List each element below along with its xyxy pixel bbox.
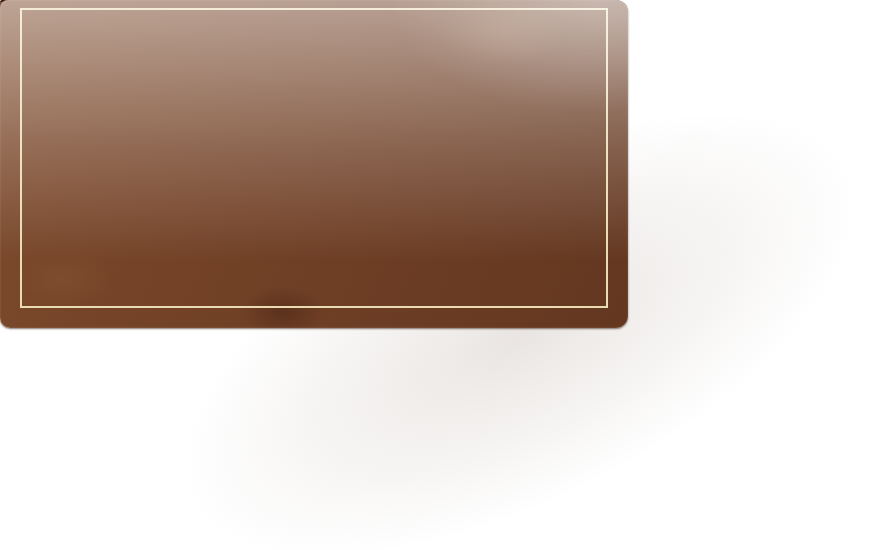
board-top-face <box>0 0 628 328</box>
checkerboard-grid <box>26 14 602 302</box>
photo-stage <box>0 0 878 550</box>
